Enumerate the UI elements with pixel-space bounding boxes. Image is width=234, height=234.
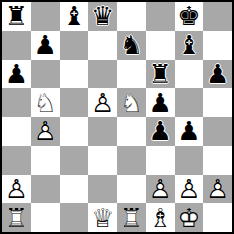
black-bishop: ♝ (175, 31, 204, 60)
square-g4[interactable]: ♟ (175, 117, 204, 146)
square-d2[interactable] (88, 175, 117, 204)
square-e4[interactable] (117, 117, 146, 146)
white-king: ♚♔ (175, 203, 204, 232)
square-a8[interactable]: ♜ (2, 2, 31, 31)
square-b8[interactable] (31, 2, 60, 31)
white-piece-outline-glyph: ♙ (88, 88, 117, 117)
white-piece-outline-glyph: ♘ (117, 88, 146, 117)
black-piece-glyph: ♛ (88, 2, 117, 31)
black-pawn: ♟ (175, 117, 204, 146)
square-g2[interactable]: ♟♙ (175, 175, 204, 204)
white-piece-outline-glyph: ♖ (2, 203, 31, 232)
black-rook: ♜ (146, 60, 175, 89)
square-d1[interactable]: ♛♕ (88, 203, 117, 232)
white-pawn: ♟♙ (175, 175, 204, 204)
square-a6[interactable]: ♟ (2, 60, 31, 89)
white-piece-outline-glyph: ♙ (146, 175, 175, 204)
square-f8[interactable] (146, 2, 175, 31)
white-rook: ♜♖ (2, 203, 31, 232)
black-piece-glyph: ♟ (146, 117, 175, 146)
square-g1[interactable]: ♚♔ (175, 203, 204, 232)
square-f7[interactable] (146, 31, 175, 60)
square-h4[interactable] (203, 117, 232, 146)
square-d7[interactable] (88, 31, 117, 60)
square-a1[interactable]: ♜♖ (2, 203, 31, 232)
square-f3[interactable] (146, 146, 175, 175)
white-piece-outline-glyph: ♗ (146, 203, 175, 232)
square-g7[interactable]: ♝ (175, 31, 204, 60)
chess-board-grid: ♜♝♛♚♟♞♝♟♜♟♞♘♟♙♞♘♟♟♙♟♟♟♙♟♙♟♙♟♙♜♖♛♕♜♖♝♗♚♔ (2, 2, 232, 232)
square-d6[interactable] (88, 60, 117, 89)
black-piece-glyph: ♜ (2, 2, 31, 31)
square-f4[interactable]: ♟ (146, 117, 175, 146)
square-b5[interactable]: ♞♘ (31, 88, 60, 117)
square-h1[interactable] (203, 203, 232, 232)
white-piece-outline-glyph: ♙ (175, 175, 204, 204)
white-pawn: ♟♙ (2, 175, 31, 204)
square-a2[interactable]: ♟♙ (2, 175, 31, 204)
black-piece-glyph: ♟ (203, 60, 232, 89)
black-pawn: ♟ (203, 60, 232, 89)
white-knight: ♞♘ (31, 88, 60, 117)
square-c1[interactable] (60, 203, 89, 232)
square-b4[interactable]: ♟♙ (31, 117, 60, 146)
black-piece-glyph: ♝ (60, 2, 89, 31)
square-b2[interactable] (31, 175, 60, 204)
white-piece-outline-glyph: ♔ (175, 203, 204, 232)
white-piece-outline-glyph: ♙ (2, 175, 31, 204)
square-b3[interactable] (31, 146, 60, 175)
square-e7[interactable]: ♞ (117, 31, 146, 60)
black-king: ♚ (175, 2, 204, 31)
square-g6[interactable] (175, 60, 204, 89)
square-c7[interactable] (60, 31, 89, 60)
black-piece-glyph: ♝ (175, 31, 204, 60)
chess-board: ♜♝♛♚♟♞♝♟♜♟♞♘♟♙♞♘♟♟♙♟♟♟♙♟♙♟♙♟♙♜♖♛♕♜♖♝♗♚♔ (0, 0, 234, 234)
square-f5[interactable]: ♟ (146, 88, 175, 117)
black-rook: ♜ (2, 2, 31, 31)
square-b1[interactable] (31, 203, 60, 232)
black-piece-glyph: ♟ (146, 88, 175, 117)
square-c8[interactable]: ♝ (60, 2, 89, 31)
square-g3[interactable] (175, 146, 204, 175)
black-piece-glyph: ♟ (31, 31, 60, 60)
square-c5[interactable] (60, 88, 89, 117)
white-piece-outline-glyph: ♙ (203, 175, 232, 204)
square-e6[interactable] (117, 60, 146, 89)
white-pawn: ♟♙ (31, 117, 60, 146)
square-b7[interactable]: ♟ (31, 31, 60, 60)
square-d3[interactable] (88, 146, 117, 175)
square-b6[interactable] (31, 60, 60, 89)
square-a3[interactable] (2, 146, 31, 175)
black-pawn: ♟ (2, 60, 31, 89)
square-a7[interactable] (2, 31, 31, 60)
black-knight: ♞ (117, 31, 146, 60)
square-e1[interactable]: ♜♖ (117, 203, 146, 232)
black-queen: ♛ (88, 2, 117, 31)
white-knight: ♞♘ (117, 88, 146, 117)
square-f6[interactable]: ♜ (146, 60, 175, 89)
black-piece-glyph: ♞ (117, 31, 146, 60)
black-piece-glyph: ♟ (2, 60, 31, 89)
square-c4[interactable] (60, 117, 89, 146)
square-d5[interactable]: ♟♙ (88, 88, 117, 117)
square-d8[interactable]: ♛ (88, 2, 117, 31)
white-queen: ♛♕ (88, 203, 117, 232)
square-h2[interactable]: ♟♙ (203, 175, 232, 204)
white-rook: ♜♖ (117, 203, 146, 232)
white-pawn: ♟♙ (88, 88, 117, 117)
square-e5[interactable]: ♞♘ (117, 88, 146, 117)
white-piece-outline-glyph: ♘ (31, 88, 60, 117)
white-piece-outline-glyph: ♙ (31, 117, 60, 146)
square-g8[interactable]: ♚ (175, 2, 204, 31)
square-g5[interactable] (175, 88, 204, 117)
square-c6[interactable] (60, 60, 89, 89)
square-h5[interactable] (203, 88, 232, 117)
black-piece-glyph: ♟ (175, 117, 204, 146)
square-a4[interactable] (2, 117, 31, 146)
white-pawn: ♟♙ (146, 175, 175, 204)
square-c2[interactable] (60, 175, 89, 204)
square-h7[interactable] (203, 31, 232, 60)
square-e8[interactable] (117, 2, 146, 31)
square-f2[interactable]: ♟♙ (146, 175, 175, 204)
black-bishop: ♝ (60, 2, 89, 31)
square-h8[interactable] (203, 2, 232, 31)
square-e2[interactable] (117, 175, 146, 204)
black-pawn: ♟ (146, 117, 175, 146)
black-pawn: ♟ (146, 88, 175, 117)
white-piece-outline-glyph: ♖ (117, 203, 146, 232)
square-e3[interactable] (117, 146, 146, 175)
white-bishop: ♝♗ (146, 203, 175, 232)
black-piece-glyph: ♚ (175, 2, 204, 31)
white-pawn: ♟♙ (203, 175, 232, 204)
square-a5[interactable] (2, 88, 31, 117)
black-piece-glyph: ♜ (146, 60, 175, 89)
square-c3[interactable] (60, 146, 89, 175)
square-f1[interactable]: ♝♗ (146, 203, 175, 232)
white-piece-outline-glyph: ♕ (88, 203, 117, 232)
black-pawn: ♟ (31, 31, 60, 60)
square-h6[interactable]: ♟ (203, 60, 232, 89)
square-h3[interactable] (203, 146, 232, 175)
square-d4[interactable] (88, 117, 117, 146)
